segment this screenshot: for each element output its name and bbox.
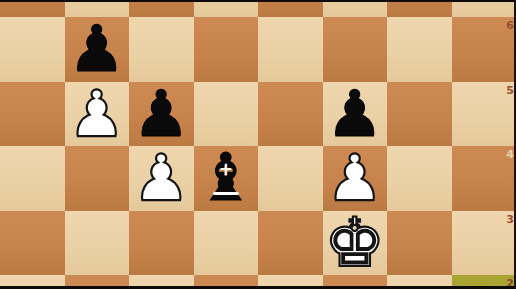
square-h3[interactable]: 3 [452,211,516,276]
square-e6[interactable] [258,17,323,82]
square-e4[interactable] [258,146,323,211]
white-pawn[interactable]: ♟ [65,82,130,147]
white-king[interactable]: ♚ [323,211,388,276]
square-f4[interactable]: ♟ [323,146,388,211]
square-c3[interactable] [129,211,194,276]
square-d6[interactable] [194,17,259,82]
square-a6[interactable] [0,17,65,82]
white-pawn[interactable]: ♟ [323,146,388,211]
square-g5[interactable] [387,82,452,147]
square-a3[interactable] [0,211,65,276]
square-g6[interactable] [387,17,452,82]
square-h5[interactable]: 5 [452,82,516,147]
black-pawn[interactable]: ♟ [129,82,194,147]
square-d3[interactable] [194,211,259,276]
bishop-cross-detail: + [219,161,233,178]
square-c4[interactable]: ♟ [129,146,194,211]
square-b3[interactable] [65,211,130,276]
square-h4[interactable]: 4 [452,146,516,211]
square-c6[interactable] [129,17,194,82]
square-a7[interactable] [0,0,65,17]
square-f3[interactable]: ♚ [323,211,388,276]
square-g4[interactable] [387,146,452,211]
square-c5[interactable]: ♟ [129,82,194,147]
square-d4[interactable]: ♝+ [194,146,259,211]
square-d7[interactable] [194,0,259,17]
square-a4[interactable] [0,146,65,211]
square-g3[interactable] [387,211,452,276]
rank-label-3: 3 [506,214,514,225]
square-f7[interactable] [323,0,388,17]
square-h6[interactable]: 6 [452,17,516,82]
bishop-band-detail [213,192,239,195]
white-pawn[interactable]: ♟ [129,146,194,211]
square-e7[interactable] [258,0,323,17]
square-e3[interactable] [258,211,323,276]
square-f5[interactable]: ♟ [323,82,388,147]
square-h7[interactable] [452,0,516,17]
video-frame: ♟6♟♟♟5♟♝+♟4♚32 [0,0,516,289]
letterbox-top [0,0,516,2]
rank-label-5: 5 [506,85,514,96]
square-f6[interactable] [323,17,388,82]
square-c7[interactable] [129,0,194,17]
square-e5[interactable] [258,82,323,147]
chess-board: ♟6♟♟♟5♟♝+♟4♚32 [0,0,516,289]
black-pawn[interactable]: ♟ [65,17,130,82]
square-b4[interactable] [65,146,130,211]
square-d5[interactable] [194,82,259,147]
square-b6[interactable]: ♟ [65,17,130,82]
black-pawn[interactable]: ♟ [323,82,388,147]
rank-label-4: 4 [506,149,514,160]
square-b5[interactable]: ♟ [65,82,130,147]
square-a5[interactable] [0,82,65,147]
square-g7[interactable] [387,0,452,17]
rank-label-6: 6 [506,20,514,31]
